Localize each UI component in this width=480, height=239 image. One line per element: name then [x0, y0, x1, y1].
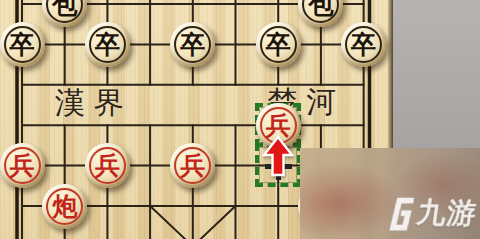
- piece-glyph: 兵: [180, 153, 205, 178]
- piece-black-soldier-c5r4[interactable]: 卒: [170, 22, 215, 67]
- move-arrow-icon: [258, 133, 298, 179]
- piece-glyph: 卒: [10, 32, 35, 57]
- piece-glyph: 卒: [351, 32, 376, 57]
- river-label-hanjie: 漢界: [55, 88, 133, 118]
- piece-glyph: 兵: [95, 153, 120, 178]
- piece-glyph: 炮: [52, 194, 77, 219]
- piece-red-soldier-c3r7[interactable]: 兵: [85, 143, 130, 188]
- piece-black-soldier-c7r4[interactable]: 卒: [256, 22, 301, 67]
- piece-red-soldier-c1r7[interactable]: 兵: [0, 143, 45, 188]
- piece-red-cannon-c2r8[interactable]: 炮: [42, 184, 87, 229]
- piece-glyph: 卒: [95, 32, 120, 57]
- xiangqi-screenshot: 漢界 楚河 包包卒卒卒卒卒兵兵兵兵炮炮 九游: [0, 0, 480, 239]
- piece-glyph: 包: [52, 0, 77, 17]
- piece-glyph: 卒: [180, 32, 205, 57]
- piece-black-soldier-c9r4[interactable]: 卒: [341, 22, 386, 67]
- piece-glyph: 卒: [266, 32, 291, 57]
- watermark-text: 九游: [414, 194, 480, 234]
- piece-glyph: 包: [308, 0, 333, 17]
- nine-game-logo-g-icon: [384, 196, 416, 232]
- piece-glyph: 兵: [10, 153, 35, 178]
- piece-black-soldier-c3r4[interactable]: 卒: [85, 22, 130, 67]
- piece-black-soldier-c1r4[interactable]: 卒: [0, 22, 45, 67]
- nine-game-watermark: 九游: [384, 194, 480, 234]
